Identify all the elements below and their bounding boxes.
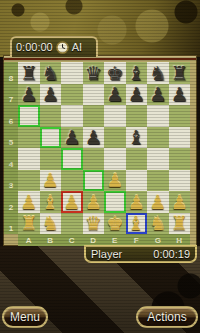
file-label-a: A [18, 234, 40, 246]
clock-icon [56, 41, 69, 54]
square-b6[interactable] [40, 105, 62, 127]
square-h7[interactable]: ♟ [169, 84, 191, 106]
square-c8[interactable] [61, 62, 83, 84]
board-squares: ♜♞♛♚♝♞♜♟♟♟♟♟♟♟♟♝♟♟♟♝♟♟♟♟♟♜♞♛♚♝♞♜ [18, 62, 190, 234]
square-f3[interactable] [126, 170, 148, 192]
piece-black-pawn: ♟ [42, 84, 59, 105]
square-e5[interactable] [104, 127, 126, 149]
piece-black-queen: ♛ [85, 63, 102, 84]
square-h2[interactable]: ♟ [169, 191, 191, 213]
piece-black-rook: ♜ [171, 63, 188, 84]
square-b8[interactable]: ♞ [40, 62, 62, 84]
square-a2[interactable]: ♟ [18, 191, 40, 213]
square-g2[interactable]: ♟ [147, 191, 169, 213]
rank-label-3: 3 [4, 170, 18, 192]
rank-label-4: 4 [4, 148, 18, 170]
actions-button[interactable]: Actions [136, 306, 198, 328]
piece-black-pawn: ♟ [20, 84, 37, 105]
square-e6[interactable] [104, 105, 126, 127]
square-d4[interactable] [83, 148, 105, 170]
square-h3[interactable] [169, 170, 191, 192]
piece-white-bishop: ♝ [128, 213, 145, 234]
piece-white-pawn: ♟ [106, 170, 123, 191]
square-h6[interactable] [169, 105, 191, 127]
piece-black-knight: ♞ [149, 63, 166, 84]
player-timer-tab: Player 0:00:19 [84, 245, 197, 263]
square-g7[interactable]: ♟ [147, 84, 169, 106]
rank-labels: 87654321 [4, 62, 18, 234]
square-f2[interactable]: ♟ [126, 191, 148, 213]
square-c3[interactable] [61, 170, 83, 192]
piece-black-pawn: ♟ [85, 127, 102, 148]
square-b5[interactable] [40, 127, 62, 149]
square-c7[interactable] [61, 84, 83, 106]
square-e3[interactable]: ♟ [104, 170, 126, 192]
piece-white-pawn: ♟ [63, 192, 80, 213]
piece-black-pawn: ♟ [63, 127, 80, 148]
square-b1[interactable]: ♞ [40, 213, 62, 235]
square-h4[interactable] [169, 148, 191, 170]
menu-button[interactable]: Menu [2, 306, 48, 328]
square-e8[interactable]: ♚ [104, 62, 126, 84]
square-e4[interactable] [104, 148, 126, 170]
square-g6[interactable] [147, 105, 169, 127]
piece-white-pawn: ♟ [85, 192, 102, 213]
square-f4[interactable] [126, 148, 148, 170]
square-g4[interactable] [147, 148, 169, 170]
square-c4[interactable] [61, 148, 83, 170]
square-a7[interactable]: ♟ [18, 84, 40, 106]
piece-black-rook: ♜ [20, 63, 37, 84]
square-b4[interactable] [40, 148, 62, 170]
square-a1[interactable]: ♜ [18, 213, 40, 235]
square-c5[interactable]: ♟ [61, 127, 83, 149]
square-h1[interactable]: ♜ [169, 213, 191, 235]
piece-black-pawn: ♟ [171, 84, 188, 105]
piece-white-pawn: ♟ [20, 192, 37, 213]
board-frame-right [190, 62, 196, 234]
square-c6[interactable] [61, 105, 83, 127]
piece-black-king: ♚ [106, 63, 123, 84]
square-a3[interactable] [18, 170, 40, 192]
piece-black-pawn: ♟ [149, 84, 166, 105]
square-a4[interactable] [18, 148, 40, 170]
square-f6[interactable] [126, 105, 148, 127]
piece-white-knight: ♞ [149, 213, 166, 234]
rank-label-5: 5 [4, 127, 18, 149]
square-c2[interactable]: ♟ [61, 191, 83, 213]
square-f7[interactable]: ♟ [126, 84, 148, 106]
rank-label-7: 7 [4, 84, 18, 106]
square-g1[interactable]: ♞ [147, 213, 169, 235]
piece-black-knight: ♞ [42, 63, 59, 84]
piece-white-king: ♚ [106, 213, 123, 234]
square-f8[interactable]: ♝ [126, 62, 148, 84]
square-f1[interactable]: ♝ [126, 213, 148, 235]
file-label-b: B [40, 234, 62, 246]
player-timer: 0:00:19 [153, 249, 190, 260]
chess-app-screen: 0:00:00 AI 87654321 ♜♞♛♚♝♞♜♟♟♟♟♟♟♟♟♝♟♟♟♝… [0, 0, 200, 333]
square-b7[interactable]: ♟ [40, 84, 62, 106]
square-h8[interactable]: ♜ [169, 62, 191, 84]
piece-white-pawn: ♟ [149, 192, 166, 213]
rank-label-6: 6 [4, 105, 18, 127]
piece-white-knight: ♞ [42, 213, 59, 234]
square-d3[interactable] [83, 170, 105, 192]
square-e1[interactable]: ♚ [104, 213, 126, 235]
chess-board: 87654321 ♜♞♛♚♝♞♜♟♟♟♟♟♟♟♟♝♟♟♟♝♟♟♟♟♟♜♞♛♚♝♞… [3, 55, 197, 246]
piece-black-pawn: ♟ [106, 84, 123, 105]
square-d5[interactable]: ♟ [83, 127, 105, 149]
square-e2[interactable] [104, 191, 126, 213]
file-label-c: C [61, 234, 83, 246]
piece-white-bishop: ♝ [42, 192, 59, 213]
rank-label-1: 1 [4, 213, 18, 235]
piece-white-pawn: ♟ [171, 192, 188, 213]
piece-black-bishop: ♝ [128, 63, 145, 84]
ai-label: AI [72, 42, 82, 53]
square-d6[interactable] [83, 105, 105, 127]
square-a5[interactable] [18, 127, 40, 149]
square-d7[interactable] [83, 84, 105, 106]
piece-white-pawn: ♟ [128, 192, 145, 213]
rank-label-8: 8 [4, 62, 18, 84]
square-g8[interactable]: ♞ [147, 62, 169, 84]
square-b2[interactable]: ♝ [40, 191, 62, 213]
piece-black-bishop: ♝ [128, 127, 145, 148]
square-b3[interactable]: ♟ [40, 170, 62, 192]
square-g5[interactable] [147, 127, 169, 149]
square-d8[interactable]: ♛ [83, 62, 105, 84]
rank-label-2: 2 [4, 191, 18, 213]
square-g3[interactable] [147, 170, 169, 192]
square-d2[interactable]: ♟ [83, 191, 105, 213]
square-c1[interactable] [61, 213, 83, 235]
ai-timer: 0:00:00 [16, 42, 53, 53]
square-f5[interactable]: ♝ [126, 127, 148, 149]
piece-white-pawn: ♟ [42, 170, 59, 191]
square-a8[interactable]: ♜ [18, 62, 40, 84]
piece-white-rook: ♜ [20, 213, 37, 234]
square-h5[interactable] [169, 127, 191, 149]
piece-white-rook: ♜ [171, 213, 188, 234]
piece-black-pawn: ♟ [128, 84, 145, 105]
piece-white-queen: ♛ [85, 213, 102, 234]
square-d1[interactable]: ♛ [83, 213, 105, 235]
ai-timer-tab: 0:00:00 AI [10, 36, 98, 57]
square-e7[interactable]: ♟ [104, 84, 126, 106]
player-label: Player [91, 249, 122, 260]
square-a6[interactable] [18, 105, 40, 127]
